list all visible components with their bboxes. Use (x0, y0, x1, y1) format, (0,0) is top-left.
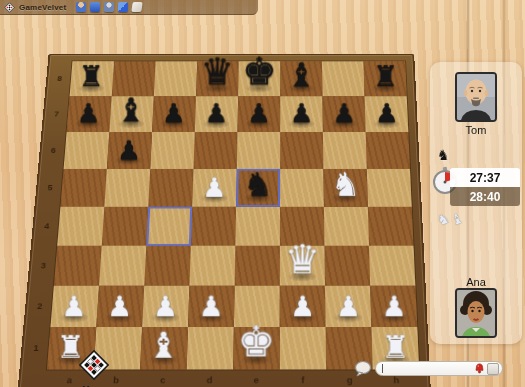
board-area: 87654321 abcdefgh ♜♛♚♝♜♟♝♟♟♟♟♟♟♟♟♞♞♛♟♟♟♟… (2, 16, 454, 360)
square-b3[interactable] (99, 246, 146, 286)
ana-avatar (455, 288, 497, 338)
clock-time-top: 27:37 (450, 168, 520, 187)
square-d5[interactable]: ♟ (192, 169, 237, 207)
square-c7[interactable]: ♟ (152, 96, 196, 132)
players-panel: Tom ♞ 27:37 28:40 ♞♝ Ana (430, 62, 522, 344)
captured-black-knight: ♞ (437, 148, 450, 162)
file-label-d: d (186, 371, 233, 387)
white-pawn-h2[interactable]: ♟ (382, 292, 407, 320)
black-knight-e5[interactable]: ♞ (243, 168, 272, 201)
square-b5[interactable] (104, 169, 150, 207)
square-h2[interactable]: ♟ (370, 286, 417, 327)
toolbar-icons (76, 2, 142, 12)
square-a3[interactable] (54, 246, 102, 286)
rank-label-3: 3 (29, 246, 57, 286)
game-clock: 27:37 28:40 (450, 168, 520, 206)
white-bishop-c1[interactable]: ♝ (147, 327, 179, 363)
profile-icon[interactable] (104, 2, 114, 12)
square-h4[interactable] (368, 207, 414, 246)
square-c3[interactable] (144, 246, 191, 286)
clock-time-bottom: 28:40 (450, 187, 520, 206)
square-g8[interactable] (322, 61, 365, 96)
captured-pieces-bottom: ♞♝ (437, 212, 463, 226)
square-f3[interactable]: ♛ (280, 246, 325, 286)
square-c2[interactable]: ♟ (142, 286, 189, 327)
captured-white-bishop: ♝ (449, 210, 465, 227)
white-pawn-a2[interactable]: ♟ (61, 292, 86, 320)
text-caret (382, 364, 383, 373)
player-name-bottom: Ana (430, 276, 522, 288)
square-b7[interactable]: ♝ (109, 96, 154, 132)
white-knight-g5[interactable]: ♞ (331, 168, 360, 201)
chess-board: 87654321 abcdefgh ♜♛♚♝♜♟♝♟♟♟♟♟♟♟♟♞♞♛♟♟♟♟… (17, 54, 430, 387)
square-c6[interactable] (150, 132, 195, 169)
black-pawn-g7[interactable]: ♟ (332, 100, 355, 126)
black-rook-a8[interactable]: ♜ (78, 62, 104, 91)
menu-button[interactable]: Menu (74, 350, 114, 387)
square-g6[interactable] (323, 132, 367, 169)
alarm-bell-icon[interactable] (474, 363, 485, 374)
square-c1[interactable]: ♝ (140, 327, 188, 369)
rank-label-6: 6 (40, 132, 67, 169)
notes-icon[interactable] (132, 2, 143, 12)
menu-icon (79, 350, 109, 380)
square-a7[interactable]: ♟ (67, 96, 112, 132)
black-pawn-b6[interactable]: ♟ (117, 136, 141, 163)
file-label-c: c (139, 371, 186, 387)
square-b2[interactable]: ♟ (96, 286, 144, 327)
chat-extra-button[interactable] (487, 363, 499, 375)
rank-label-8: 8 (47, 61, 73, 96)
cards-icon[interactable] (118, 2, 128, 12)
white-pawn-b2[interactable]: ♟ (107, 292, 132, 320)
player-name-top: Tom (430, 124, 522, 136)
black-pawn-a7[interactable]: ♟ (77, 100, 100, 126)
black-queen-d8[interactable]: ♛ (201, 53, 234, 90)
square-f8[interactable]: ♝ (280, 61, 322, 96)
square-g2[interactable]: ♟ (325, 286, 371, 327)
black-pawn-h7[interactable]: ♟ (375, 100, 398, 126)
rank-label-4: 4 (33, 207, 61, 246)
friend-icon[interactable] (76, 2, 86, 12)
square-c8[interactable] (154, 61, 197, 96)
rank-label-5: 5 (36, 169, 63, 207)
white-rook-h1[interactable]: ♜ (381, 331, 409, 363)
black-bishop-f8[interactable]: ♝ (287, 58, 316, 90)
square-d4[interactable] (191, 207, 236, 246)
square-d8[interactable]: ♛ (196, 61, 239, 96)
square-e6[interactable] (237, 132, 280, 169)
black-pawn-e7[interactable]: ♟ (247, 100, 270, 126)
black-king-e8[interactable]: ♚ (242, 52, 276, 90)
white-pawn-d5[interactable]: ♟ (202, 174, 226, 201)
square-h8[interactable]: ♜ (364, 61, 407, 96)
square-f6[interactable] (280, 132, 323, 169)
square-e7[interactable]: ♟ (237, 96, 280, 132)
tom-avatar (455, 72, 497, 122)
white-pawn-c2[interactable]: ♟ (153, 292, 178, 320)
square-c4[interactable] (146, 207, 192, 246)
square-d7[interactable]: ♟ (195, 96, 238, 132)
square-a5[interactable] (60, 169, 106, 207)
square-b4[interactable] (102, 207, 149, 246)
white-pawn-g2[interactable]: ♟ (336, 292, 361, 320)
rank-label-7: 7 (43, 96, 69, 132)
white-pawn-d2[interactable]: ♟ (199, 292, 224, 320)
square-e8[interactable]: ♚ (238, 61, 280, 96)
captured-pieces-top: ♞ (437, 148, 450, 162)
square-d3[interactable] (189, 246, 235, 286)
black-pawn-d7[interactable]: ♟ (205, 100, 228, 126)
square-d2[interactable]: ♟ (188, 286, 235, 327)
chat-bubble-icon[interactable] (354, 360, 372, 377)
file-label-e: e (233, 371, 280, 387)
brand-text: GameVelvet (19, 3, 66, 12)
square-a8[interactable]: ♜ (70, 61, 114, 96)
board-grid: ♜♛♚♝♜♟♝♟♟♟♟♟♟♟♟♞♞♛♟♟♟♟♟♟♟♜♝♚♜ (47, 61, 419, 369)
square-d6[interactable] (193, 132, 237, 169)
white-king-e1[interactable]: ♚ (237, 320, 275, 362)
square-g4[interactable] (324, 207, 369, 246)
gamevelvet-logo-icon (4, 2, 15, 13)
square-f2[interactable]: ♟ (280, 286, 326, 327)
square-e4[interactable] (235, 207, 280, 246)
square-e3[interactable] (235, 246, 280, 286)
black-pawn-c7[interactable]: ♟ (162, 100, 185, 126)
square-g7[interactable]: ♟ (322, 96, 365, 132)
square-f7[interactable]: ♟ (280, 96, 323, 132)
square-a4[interactable] (57, 207, 104, 246)
square-e5[interactable]: ♞ (236, 169, 280, 207)
square-g5[interactable]: ♞ (323, 169, 367, 207)
rank-label-1: 1 (22, 327, 51, 369)
square-f1[interactable] (280, 327, 327, 369)
rank-label-2: 2 (25, 286, 53, 327)
chat-input[interactable] (375, 361, 503, 376)
square-a6[interactable] (64, 132, 110, 169)
square-h5[interactable] (367, 169, 412, 207)
square-g3[interactable] (324, 246, 370, 286)
black-rook-h8[interactable]: ♜ (373, 62, 399, 91)
square-a2[interactable]: ♟ (50, 286, 99, 327)
file-label-f: f (280, 371, 327, 387)
top-bar: GameVelvet (0, 0, 258, 15)
square-h3[interactable] (369, 246, 415, 286)
chat-bar (354, 360, 503, 377)
square-d1[interactable] (187, 327, 234, 369)
square-c5[interactable] (148, 169, 193, 207)
square-b6[interactable]: ♟ (107, 132, 152, 169)
square-h6[interactable] (366, 132, 410, 169)
game-screen: GameVelvet 87654321 abcdefgh ♜♛♚♝♜♟♝♟♟♟♟… (0, 0, 525, 387)
square-f5[interactable] (280, 169, 324, 207)
black-bishop-b7[interactable]: ♝ (116, 93, 146, 126)
games-icon[interactable] (90, 2, 100, 12)
square-h7[interactable]: ♟ (365, 96, 409, 132)
white-queen-f3[interactable]: ♛ (284, 239, 320, 279)
black-pawn-f7[interactable]: ♟ (290, 100, 313, 126)
white-pawn-f2[interactable]: ♟ (290, 292, 315, 320)
square-e1[interactable]: ♚ (233, 327, 280, 369)
